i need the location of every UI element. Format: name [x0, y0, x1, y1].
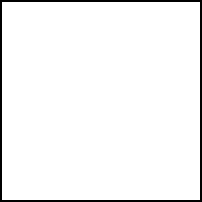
chess-diagram	[0, 0, 202, 202]
chess-board	[0, 0, 202, 202]
